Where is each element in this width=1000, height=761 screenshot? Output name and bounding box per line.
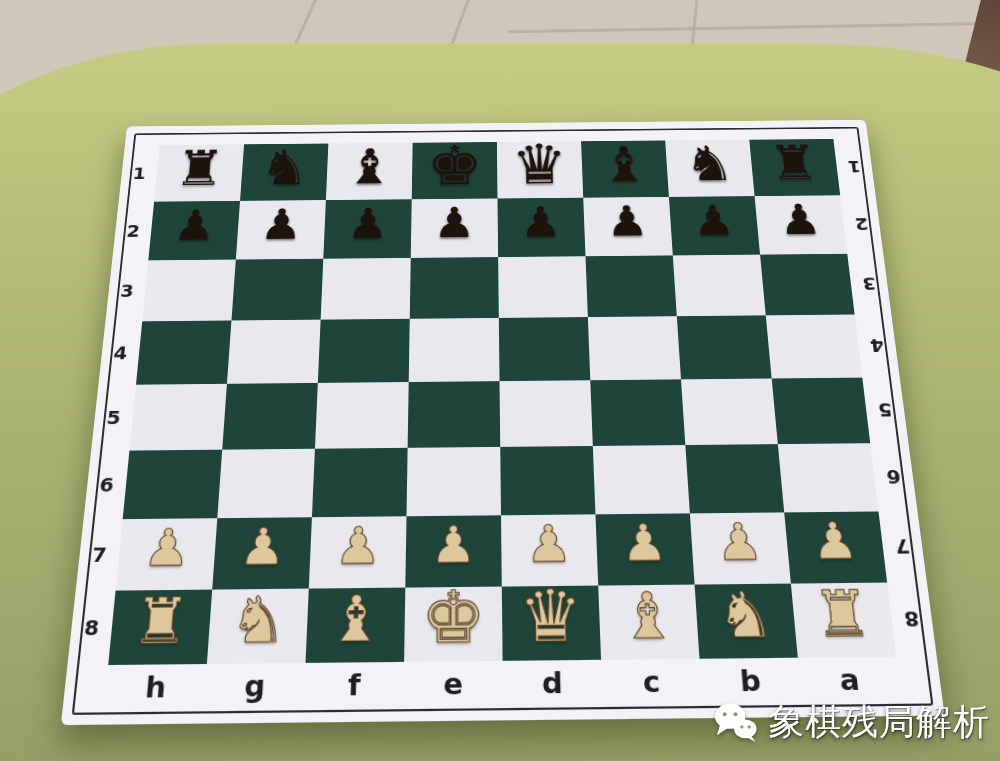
square-a8: ♜ — [791, 583, 896, 658]
square-b8: ♞ — [695, 584, 798, 659]
square-h3 — [142, 260, 236, 322]
board-margin-top — [125, 126, 162, 145]
rank-label-right-1: 1 — [833, 139, 875, 196]
square-g5 — [222, 383, 318, 450]
square-a4 — [766, 315, 863, 379]
square-b2: ♟ — [669, 196, 760, 255]
square-e4 — [409, 318, 500, 382]
chess-board-wrap: 1♜♞♝♚♛♝♞♜12♟♟♟♟♟♟♟♟2334455667♟♟♟♟♟♟♟♟78♜… — [61, 120, 945, 725]
rank-label-left-5: 5 — [91, 385, 136, 451]
square-g7: ♟ — [212, 517, 312, 589]
square-g3 — [231, 259, 323, 321]
square-c8: ♝ — [598, 585, 699, 660]
board-margin-top — [831, 120, 868, 139]
square-d1: ♛ — [497, 141, 583, 198]
floor-tile-grout — [508, 22, 1000, 34]
square-e5 — [408, 381, 501, 448]
rank-label-left-4: 4 — [98, 321, 142, 385]
square-b1: ♞ — [665, 140, 754, 197]
square-f5 — [315, 382, 409, 449]
black-queen: ♛ — [497, 137, 583, 194]
square-g4 — [227, 320, 321, 384]
black-pawn: ♟ — [583, 192, 672, 251]
square-g8: ♞ — [207, 589, 309, 664]
white-pawn: ♟ — [116, 512, 218, 584]
square-f1: ♝ — [326, 143, 413, 200]
square-b3 — [673, 255, 766, 317]
square-h2: ♟ — [148, 201, 240, 261]
square-d7: ♟ — [501, 514, 598, 586]
white-pawn: ♟ — [784, 506, 887, 578]
rank-label-left-2: 2 — [112, 202, 154, 261]
black-pawn: ♟ — [236, 195, 326, 254]
square-b7: ♟ — [690, 512, 791, 584]
square-d8: ♛ — [502, 586, 601, 661]
watermark: 象棋残局解析 — [712, 698, 990, 747]
file-label-f: f — [303, 662, 404, 723]
file-label-g: g — [203, 663, 306, 724]
white-bishop: ♝ — [598, 578, 699, 653]
black-rook: ♜ — [155, 140, 245, 197]
square-e7: ♟ — [405, 515, 501, 587]
file-label-h: h — [102, 664, 207, 725]
white-pawn: ♟ — [213, 511, 313, 583]
square-d5 — [500, 380, 593, 447]
board-margin-bottom — [61, 665, 108, 725]
square-a5 — [772, 378, 871, 445]
board-margin-top — [328, 124, 413, 144]
black-pawn: ♟ — [324, 194, 412, 253]
black-king: ♚ — [412, 137, 498, 194]
wechat-icon — [712, 699, 759, 746]
square-c2: ♟ — [583, 197, 673, 256]
file-label-c: c — [601, 659, 703, 720]
square-h6 — [123, 450, 223, 519]
square-e8: ♚ — [404, 587, 503, 662]
watermark-text: 象棋残局解析 — [768, 698, 990, 747]
black-pawn: ♟ — [754, 190, 847, 249]
black-rook: ♜ — [749, 134, 840, 191]
white-pawn: ♟ — [309, 510, 407, 582]
rank-label-left-3: 3 — [105, 260, 148, 321]
chess-board: 1♜♞♝♚♛♝♞♜12♟♟♟♟♟♟♟♟2334455667♟♟♟♟♟♟♟♟78♜… — [61, 120, 945, 725]
square-c3 — [585, 255, 676, 317]
white-pawn: ♟ — [405, 509, 501, 581]
square-f6 — [312, 448, 408, 517]
white-bishop: ♝ — [306, 581, 406, 656]
square-f8: ♝ — [306, 588, 406, 663]
file-label-d: d — [503, 660, 604, 721]
rank-label-right-2: 2 — [840, 195, 883, 254]
square-h1: ♜ — [154, 144, 244, 201]
board-margin-top — [160, 125, 246, 145]
white-pawn: ♟ — [689, 506, 790, 578]
black-pawn: ♟ — [669, 191, 760, 250]
black-bishop: ♝ — [581, 136, 669, 193]
square-a1: ♜ — [749, 139, 840, 196]
file-label-e: e — [403, 661, 503, 722]
black-pawn: ♟ — [411, 194, 498, 253]
square-b5 — [681, 378, 778, 445]
square-f3 — [321, 258, 411, 320]
square-c7: ♟ — [595, 513, 694, 585]
square-a2: ♟ — [755, 195, 848, 254]
board-margin-top — [580, 122, 665, 142]
black-pawn: ♟ — [497, 193, 585, 252]
white-pawn: ♟ — [595, 507, 694, 579]
square-h4 — [136, 320, 231, 384]
black-knight: ♞ — [240, 139, 328, 196]
square-d3 — [498, 256, 588, 318]
board-margin-top — [244, 125, 329, 145]
square-f2: ♟ — [323, 199, 411, 258]
square-g6 — [217, 449, 315, 518]
square-h7: ♟ — [116, 518, 218, 590]
square-a6 — [778, 443, 879, 512]
square-c6 — [593, 445, 690, 514]
rank-label-left-1: 1 — [119, 145, 160, 202]
square-e6 — [406, 447, 501, 516]
board-margin-top — [497, 122, 581, 142]
square-d6 — [500, 446, 595, 515]
square-a3 — [760, 254, 855, 316]
board-margin-top — [413, 123, 497, 143]
square-h8: ♜ — [108, 590, 212, 665]
square-e1: ♚ — [412, 142, 498, 199]
square-e2: ♟ — [411, 198, 498, 257]
square-d4 — [499, 317, 590, 381]
square-h5 — [129, 384, 226, 451]
square-g1: ♞ — [240, 144, 328, 201]
square-g2: ♟ — [236, 200, 326, 259]
black-bishop: ♝ — [326, 138, 413, 195]
black-pawn: ♟ — [149, 196, 241, 255]
square-c4 — [588, 316, 681, 380]
board-margin-top — [748, 120, 834, 140]
white-king: ♚ — [404, 580, 502, 655]
square-c1: ♝ — [581, 140, 669, 197]
white-rook: ♜ — [790, 576, 895, 651]
square-d2: ♟ — [497, 198, 585, 257]
square-b4 — [677, 315, 772, 379]
square-f4 — [318, 319, 410, 383]
square-f7: ♟ — [309, 516, 407, 588]
square-e3 — [410, 257, 499, 319]
white-rook: ♜ — [109, 583, 213, 658]
photo-scene: 1♜♞♝♚♛♝♞♜12♟♟♟♟♟♟♟♟2334455667♟♟♟♟♟♟♟♟78♜… — [0, 0, 1000, 761]
square-b6 — [685, 444, 784, 513]
board-margin-top — [664, 121, 749, 141]
white-knight: ♞ — [694, 577, 797, 652]
white-queen: ♛ — [502, 579, 601, 654]
square-c5 — [590, 379, 685, 446]
white-pawn: ♟ — [501, 508, 598, 580]
white-knight: ♞ — [207, 582, 309, 657]
square-a7: ♟ — [784, 511, 887, 583]
black-knight: ♞ — [665, 135, 754, 192]
